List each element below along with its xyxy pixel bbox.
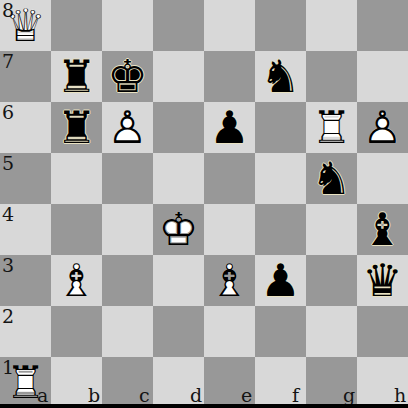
square-f8[interactable] bbox=[255, 0, 306, 51]
square-h2[interactable] bbox=[357, 306, 408, 357]
piece-white-pawn-c6[interactable]: ♟♙ bbox=[102, 102, 153, 153]
bishop-outline-glyph: ♗ bbox=[51, 255, 102, 306]
square-d8[interactable] bbox=[153, 0, 204, 51]
square-h8[interactable] bbox=[357, 0, 408, 51]
piece-black-bishop-h4[interactable]: ♝ bbox=[357, 204, 408, 255]
square-d6[interactable] bbox=[153, 102, 204, 153]
chess-board: ♛♕♜♚♞♜♟♙♟♜♖♟♙♞♚♔♝♝♗♝♗♟♛♜♖ 87654321abcdef… bbox=[0, 0, 408, 408]
rank-label-1: 1 bbox=[2, 358, 16, 377]
piece-black-pawn-f3[interactable]: ♟ bbox=[255, 255, 306, 306]
piece-white-pawn-h6[interactable]: ♟♙ bbox=[357, 102, 408, 153]
square-e3[interactable]: ♝♗ bbox=[204, 255, 255, 306]
square-c3[interactable] bbox=[102, 255, 153, 306]
rook-outline-glyph: ♖ bbox=[306, 102, 357, 153]
file-label-a: a bbox=[37, 386, 51, 405]
square-h3[interactable]: ♛ bbox=[357, 255, 408, 306]
square-e7[interactable] bbox=[204, 51, 255, 102]
piece-white-king-d4[interactable]: ♚♔ bbox=[153, 204, 204, 255]
king-outline-glyph: ♔ bbox=[153, 204, 204, 255]
square-d2[interactable] bbox=[153, 306, 204, 357]
piece-black-pawn-e6[interactable]: ♟ bbox=[204, 102, 255, 153]
file-label-h: h bbox=[394, 386, 408, 405]
board-grid: ♛♕♜♚♞♜♟♙♟♜♖♟♙♞♚♔♝♝♗♝♗♟♛♜♖ bbox=[0, 0, 408, 408]
square-b4[interactable] bbox=[51, 204, 102, 255]
square-f6[interactable] bbox=[255, 102, 306, 153]
square-c7[interactable]: ♚ bbox=[102, 51, 153, 102]
square-b2[interactable] bbox=[51, 306, 102, 357]
piece-black-knight-f7[interactable]: ♞ bbox=[255, 51, 306, 102]
piece-black-rook-b7[interactable]: ♜ bbox=[51, 51, 102, 102]
square-d4[interactable]: ♚♔ bbox=[153, 204, 204, 255]
rank-label-2: 2 bbox=[2, 307, 16, 326]
pawn-outline-glyph: ♙ bbox=[102, 102, 153, 153]
piece-black-knight-g5[interactable]: ♞ bbox=[306, 153, 357, 204]
square-b8[interactable] bbox=[51, 0, 102, 51]
square-e4[interactable] bbox=[204, 204, 255, 255]
square-g4[interactable] bbox=[306, 204, 357, 255]
square-b5[interactable] bbox=[51, 153, 102, 204]
rank-label-5: 5 bbox=[2, 154, 16, 173]
square-d3[interactable] bbox=[153, 255, 204, 306]
square-d7[interactable] bbox=[153, 51, 204, 102]
rank-label-3: 3 bbox=[2, 256, 16, 275]
piece-white-bishop-b3[interactable]: ♝♗ bbox=[51, 255, 102, 306]
square-b7[interactable]: ♜ bbox=[51, 51, 102, 102]
square-c6[interactable]: ♟♙ bbox=[102, 102, 153, 153]
square-g7[interactable] bbox=[306, 51, 357, 102]
file-label-f: f bbox=[292, 386, 306, 405]
file-label-b: b bbox=[88, 386, 102, 405]
square-c2[interactable] bbox=[102, 306, 153, 357]
square-e2[interactable] bbox=[204, 306, 255, 357]
square-f3[interactable]: ♟ bbox=[255, 255, 306, 306]
file-label-c: c bbox=[139, 386, 153, 405]
piece-white-bishop-e3[interactable]: ♝♗ bbox=[204, 255, 255, 306]
rank-label-7: 7 bbox=[2, 52, 16, 71]
square-b6[interactable]: ♜ bbox=[51, 102, 102, 153]
square-h5[interactable] bbox=[357, 153, 408, 204]
square-g3[interactable] bbox=[306, 255, 357, 306]
rank-label-8: 8 bbox=[2, 1, 16, 20]
rank-label-4: 4 bbox=[2, 205, 16, 224]
square-g6[interactable]: ♜♖ bbox=[306, 102, 357, 153]
square-c8[interactable] bbox=[102, 0, 153, 51]
piece-black-queen-h3[interactable]: ♛ bbox=[357, 255, 408, 306]
file-label-g: g bbox=[343, 386, 357, 405]
square-f5[interactable] bbox=[255, 153, 306, 204]
piece-black-king-c7[interactable]: ♚ bbox=[102, 51, 153, 102]
rank-label-6: 6 bbox=[2, 103, 16, 122]
square-f2[interactable] bbox=[255, 306, 306, 357]
square-c4[interactable] bbox=[102, 204, 153, 255]
square-h7[interactable] bbox=[357, 51, 408, 102]
square-d5[interactable] bbox=[153, 153, 204, 204]
square-h6[interactable]: ♟♙ bbox=[357, 102, 408, 153]
square-b3[interactable]: ♝♗ bbox=[51, 255, 102, 306]
piece-black-rook-b6[interactable]: ♜ bbox=[51, 102, 102, 153]
square-c5[interactable] bbox=[102, 153, 153, 204]
square-g8[interactable] bbox=[306, 0, 357, 51]
square-g2[interactable] bbox=[306, 306, 357, 357]
square-e5[interactable] bbox=[204, 153, 255, 204]
file-label-e: e bbox=[241, 386, 255, 405]
square-h4[interactable]: ♝ bbox=[357, 204, 408, 255]
board-bottom-border bbox=[0, 404, 408, 408]
bishop-outline-glyph: ♗ bbox=[204, 255, 255, 306]
square-f7[interactable]: ♞ bbox=[255, 51, 306, 102]
file-label-d: d bbox=[190, 386, 204, 405]
pawn-outline-glyph: ♙ bbox=[357, 102, 408, 153]
square-g5[interactable]: ♞ bbox=[306, 153, 357, 204]
square-e6[interactable]: ♟ bbox=[204, 102, 255, 153]
square-e8[interactable] bbox=[204, 0, 255, 51]
square-f4[interactable] bbox=[255, 204, 306, 255]
piece-white-rook-g6[interactable]: ♜♖ bbox=[306, 102, 357, 153]
